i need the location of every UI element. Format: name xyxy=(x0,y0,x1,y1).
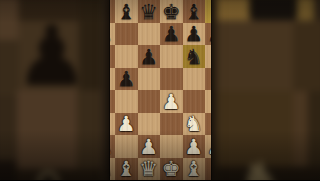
piece-black-bishop-c8: ♝ xyxy=(117,1,136,22)
piece-white-pawn-g2: ♟ xyxy=(207,136,211,157)
square-e8[interactable]: ♚ xyxy=(160,0,183,23)
bg-blur-square xyxy=(77,90,102,169)
piece-white-knight-b1: ♞ xyxy=(110,159,113,180)
piece-white-bishop-c1: ♝ xyxy=(117,159,136,180)
piece-white-knight-f3: ♞ xyxy=(184,114,203,135)
square-e3[interactable] xyxy=(160,113,183,136)
square-f3[interactable]: ♞ xyxy=(183,113,206,136)
square-d2[interactable]: ♟ xyxy=(138,135,161,158)
square-g6[interactable] xyxy=(205,45,211,68)
square-c1[interactable]: ♝ xyxy=(115,158,138,181)
chess-board: ♜♞♝♛♚♝♜♟♟♟♟♟♟♟♞♟♟♟♞♟♟♟♟♟♟♜♞♝♛♚♝♜ xyxy=(110,0,211,180)
bg-blur-square xyxy=(0,161,16,180)
piece-white-pawn-c3: ♟ xyxy=(117,114,136,135)
blurred-black-piece xyxy=(249,0,297,21)
piece-black-pawn-c5: ♟ xyxy=(117,69,136,90)
piece-white-pawn-d2: ♟ xyxy=(139,136,158,157)
square-e1[interactable]: ♚ xyxy=(160,158,183,181)
bg-blur-square xyxy=(16,90,76,169)
square-f6[interactable]: ♞ xyxy=(183,45,206,68)
square-d6[interactable]: ♟ xyxy=(138,45,161,68)
square-g1[interactable] xyxy=(205,158,211,181)
piece-white-pawn-b2: ♟ xyxy=(110,136,113,157)
piece-white-queen-d1: ♛ xyxy=(139,159,158,180)
piece-black-bishop-f8: ♝ xyxy=(184,1,203,22)
piece-black-knight-f6: ♞ xyxy=(184,46,203,67)
square-d7[interactable] xyxy=(138,23,161,46)
square-e7[interactable]: ♟ xyxy=(160,23,183,46)
square-c4[interactable] xyxy=(115,90,138,113)
square-f7[interactable]: ♟ xyxy=(183,23,206,46)
square-c7[interactable] xyxy=(115,23,138,46)
piece-black-queen-d8: ♛ xyxy=(139,1,158,22)
square-g4[interactable] xyxy=(205,90,211,113)
square-c2[interactable] xyxy=(115,135,138,158)
square-f8[interactable]: ♝ xyxy=(183,0,206,23)
square-g3[interactable] xyxy=(205,113,211,136)
square-g7[interactable]: ♟ xyxy=(205,23,211,46)
piece-white-pawn-f2: ♟ xyxy=(184,136,203,157)
piece-black-knight-b8: ♞ xyxy=(110,1,113,22)
piece-black-pawn-d6: ♟ xyxy=(139,46,158,67)
piece-white-pawn-e4: ♟ xyxy=(162,91,181,112)
piece-black-king-e8: ♚ xyxy=(162,1,181,22)
piece-black-pawn-e7: ♟ xyxy=(162,24,181,45)
square-f1[interactable]: ♝ xyxy=(183,158,206,181)
blurred-black-pawn-icon: ♟ xyxy=(14,11,83,103)
square-e4[interactable]: ♟ xyxy=(160,90,183,113)
piece-black-pawn-g7: ♟ xyxy=(207,24,211,45)
square-d3[interactable] xyxy=(138,113,161,136)
bg-blur-square xyxy=(308,91,320,167)
bg-blur-square xyxy=(216,0,249,20)
piece-white-king-e1: ♚ xyxy=(162,159,181,180)
piece-black-pawn-b7: ♟ xyxy=(110,24,113,45)
square-e6[interactable] xyxy=(160,45,183,68)
square-d5[interactable] xyxy=(138,68,161,91)
bg-blur-square xyxy=(0,96,16,169)
square-e5[interactable] xyxy=(160,68,183,91)
square-f2[interactable]: ♟ xyxy=(183,135,206,158)
square-c3[interactable]: ♟ xyxy=(115,113,138,136)
bg-blur-square xyxy=(216,20,293,91)
square-f5[interactable] xyxy=(183,68,206,91)
blurred-white-knight-icon: ♞ xyxy=(231,152,293,180)
square-c8[interactable]: ♝ xyxy=(115,0,138,23)
square-e2[interactable] xyxy=(160,135,183,158)
bg-blur-square xyxy=(297,0,314,20)
square-d4[interactable] xyxy=(138,90,161,113)
square-d8[interactable]: ♛ xyxy=(138,0,161,23)
square-d1[interactable]: ♛ xyxy=(138,158,161,181)
square-g2[interactable]: ♟ xyxy=(205,135,211,158)
square-c5[interactable]: ♟ xyxy=(115,68,138,91)
square-c6[interactable] xyxy=(115,45,138,68)
video-frame: ♟ ♞ ♜♞♝♛♚♝♜♟♟♟♟♟♟♟♞♟♟♟♞♟♟♟♟♟♟♜♞♝♛♚♝♜ xyxy=(0,0,320,180)
piece-white-bishop-f1: ♝ xyxy=(184,159,203,180)
square-f4[interactable] xyxy=(183,90,206,113)
board-viewport: ♜♞♝♛♚♝♜♟♟♟♟♟♟♟♞♟♟♟♞♟♟♟♟♟♟♜♞♝♛♚♝♜ xyxy=(110,0,211,180)
piece-black-pawn-f7: ♟ xyxy=(184,24,203,45)
square-g5[interactable] xyxy=(205,68,211,91)
square-g8[interactable] xyxy=(205,0,211,23)
bg-blur-square xyxy=(293,20,320,91)
